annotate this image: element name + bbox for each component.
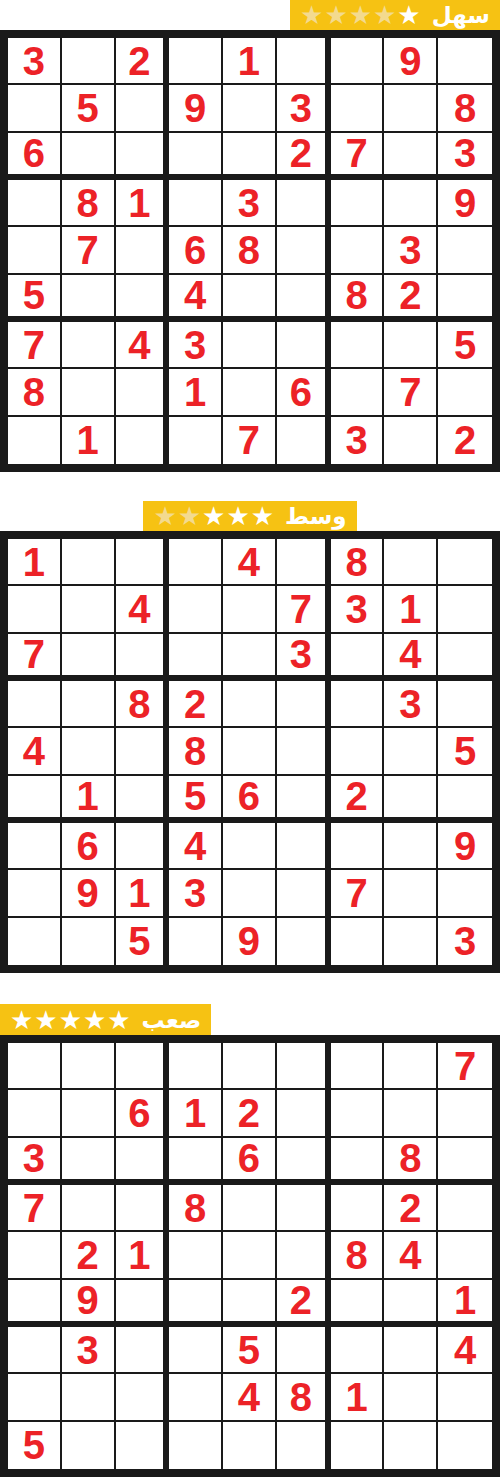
cell-r4c3[interactable]: 1 <box>116 180 170 227</box>
puzzle-hard: ★★★★★ صعب 761236878221849213544815 <box>0 1004 500 1477</box>
cell-r2c1[interactable] <box>8 1090 62 1137</box>
cell-r7c1[interactable]: 7 <box>8 322 62 369</box>
cell-r3c4[interactable] <box>169 634 223 681</box>
cell-r1c8[interactable] <box>384 1043 438 1090</box>
star-filled-icon: ★ <box>397 2 420 28</box>
cell-r8c8[interactable]: 7 <box>384 369 438 416</box>
star-filled-icon: ★ <box>83 1007 106 1033</box>
cell-r6c4[interactable] <box>169 1280 223 1327</box>
cell-r6c6[interactable]: 2 <box>277 1280 331 1327</box>
cell-r5c5[interactable]: 8 <box>223 227 277 274</box>
cell-r5c6[interactable] <box>277 728 331 775</box>
cell-r1c4[interactable] <box>169 38 223 85</box>
cell-r1c6[interactable] <box>277 38 331 85</box>
cell-r5c1[interactable] <box>8 227 62 274</box>
cell-r8c1[interactable] <box>8 870 62 917</box>
cell-r7c2[interactable] <box>62 322 116 369</box>
cell-r5c2[interactable]: 2 <box>62 1232 116 1279</box>
cell-r7c8[interactable] <box>384 322 438 369</box>
cell-r1c3[interactable] <box>116 539 170 586</box>
cell-r7c9[interactable]: 4 <box>438 1327 492 1374</box>
cell-r1c5[interactable]: 4 <box>223 539 277 586</box>
puzzle-easy: ★★★★★ سهل 321959386273813976835482743581… <box>0 0 500 472</box>
cell-r4c1[interactable] <box>8 180 62 227</box>
cell-r5c8[interactable]: 3 <box>384 227 438 274</box>
cell-r1c8[interactable] <box>384 539 438 586</box>
cell-r2c8[interactable] <box>384 1090 438 1137</box>
star-filled-icon: ★ <box>34 1007 57 1033</box>
cell-r4c8[interactable] <box>384 180 438 227</box>
cell-r9c3[interactable] <box>116 417 170 464</box>
cell-r7c6[interactable] <box>277 823 331 870</box>
cell-r7c7[interactable] <box>331 322 385 369</box>
cell-r2c1[interactable] <box>8 85 62 132</box>
cell-r4c2[interactable]: 8 <box>62 180 116 227</box>
cell-r4c3[interactable]: 8 <box>116 681 170 728</box>
cell-r9c9[interactable] <box>438 1422 492 1469</box>
cell-r7c8[interactable] <box>384 1327 438 1374</box>
cell-r1c9[interactable] <box>438 539 492 586</box>
cell-r8c7[interactable]: 1 <box>331 1374 385 1421</box>
cell-r2c4[interactable]: 9 <box>169 85 223 132</box>
cell-r3c6[interactable]: 2 <box>277 133 331 180</box>
cell-r5c2[interactable] <box>62 728 116 775</box>
cell-r2c8[interactable] <box>384 85 438 132</box>
cell-r6c2[interactable]: 9 <box>62 1280 116 1327</box>
cell-r3c7[interactable] <box>331 1138 385 1185</box>
cell-r5c3[interactable]: 1 <box>116 1232 170 1279</box>
cell-r2c4[interactable]: 1 <box>169 1090 223 1137</box>
cell-r7c7[interactable] <box>331 1327 385 1374</box>
cell-r5c9[interactable] <box>438 227 492 274</box>
cell-r5c4[interactable]: 8 <box>169 728 223 775</box>
cell-r9c5[interactable]: 9 <box>223 918 277 965</box>
cell-r7c7[interactable] <box>331 823 385 870</box>
cell-r8c3[interactable] <box>116 369 170 416</box>
cell-r5c3[interactable] <box>116 227 170 274</box>
sudoku-sheet: ★★★★★ سهل 321959386273813976835482743581… <box>0 0 500 1477</box>
cell-r4c4[interactable]: 8 <box>169 1185 223 1232</box>
cell-r6c9[interactable] <box>438 275 492 322</box>
cell-r6c4[interactable]: 4 <box>169 275 223 322</box>
cell-r2c3[interactable]: 4 <box>116 586 170 633</box>
difficulty-label: سهل <box>432 1 490 29</box>
sudoku-grid-hard: 761236878221849213544815 <box>0 1035 500 1477</box>
cell-r9c4[interactable] <box>169 417 223 464</box>
cell-r8c7[interactable]: 7 <box>331 870 385 917</box>
cell-r9c8[interactable] <box>384 1422 438 1469</box>
cell-r9c9[interactable]: 2 <box>438 417 492 464</box>
cell-r2c8[interactable]: 1 <box>384 586 438 633</box>
cell-r2c2[interactable]: 5 <box>62 85 116 132</box>
cell-r7c6[interactable] <box>277 1327 331 1374</box>
cell-r1c1[interactable]: 3 <box>8 38 62 85</box>
cell-r5c1[interactable] <box>8 1232 62 1279</box>
cell-r6c4[interactable]: 5 <box>169 776 223 823</box>
cell-r6c1[interactable]: 5 <box>8 275 62 322</box>
cell-r2c2[interactable] <box>62 1090 116 1137</box>
cell-r2c1[interactable] <box>8 586 62 633</box>
cell-r1c7[interactable] <box>331 1043 385 1090</box>
cell-r9c4[interactable] <box>169 1422 223 1469</box>
cell-r9c1[interactable] <box>8 417 62 464</box>
cell-r1c8[interactable]: 9 <box>384 38 438 85</box>
cell-r9c3[interactable] <box>116 1422 170 1469</box>
cell-r6c3[interactable] <box>116 1280 170 1327</box>
cell-r8c8[interactable] <box>384 1374 438 1421</box>
cell-r5c7[interactable]: 8 <box>331 1232 385 1279</box>
cell-r3c1[interactable]: 6 <box>8 133 62 180</box>
cell-r9c2[interactable]: 1 <box>62 417 116 464</box>
star-empty-icon: ★ <box>349 2 372 28</box>
cell-r3c1[interactable]: 7 <box>8 634 62 681</box>
cell-r9c8[interactable] <box>384 417 438 464</box>
cell-r5c9[interactable]: 5 <box>438 728 492 775</box>
cell-r7c9[interactable]: 9 <box>438 823 492 870</box>
cell-r9c9[interactable]: 3 <box>438 918 492 965</box>
cell-r7c4[interactable]: 4 <box>169 823 223 870</box>
cell-r9c6[interactable] <box>277 918 331 965</box>
cell-r3c6[interactable] <box>277 1138 331 1185</box>
cell-r5c7[interactable] <box>331 728 385 775</box>
cell-r3c4[interactable] <box>169 1138 223 1185</box>
cell-r2c3[interactable] <box>116 85 170 132</box>
cell-r1c9[interactable]: 7 <box>438 1043 492 1090</box>
cell-r1c3[interactable]: 2 <box>116 38 170 85</box>
cell-r2c7[interactable] <box>331 85 385 132</box>
cell-r3c5[interactable] <box>223 634 277 681</box>
cell-r3c5[interactable] <box>223 133 277 180</box>
star-empty-icon: ★ <box>153 503 176 529</box>
cell-r8c4[interactable] <box>169 1374 223 1421</box>
cell-r9c1[interactable] <box>8 918 62 965</box>
cell-r5c5[interactable] <box>223 728 277 775</box>
cell-r5c8[interactable]: 4 <box>384 1232 438 1279</box>
star-empty-icon: ★ <box>324 2 347 28</box>
cell-r2c5[interactable] <box>223 586 277 633</box>
difficulty-label: وسط <box>285 502 347 530</box>
sudoku-grid-medium: 148473173482348515626499137593 <box>0 531 500 973</box>
cell-r9c2[interactable] <box>62 1422 116 1469</box>
cell-r6c8[interactable]: 2 <box>384 275 438 322</box>
cell-r6c6[interactable] <box>277 776 331 823</box>
cell-r8c9[interactable] <box>438 870 492 917</box>
cell-r6c3[interactable] <box>116 776 170 823</box>
cell-r9c2[interactable] <box>62 918 116 965</box>
cell-r6c9[interactable]: 1 <box>438 1280 492 1327</box>
cell-r2c2[interactable] <box>62 586 116 633</box>
cell-r1c2[interactable] <box>62 1043 116 1090</box>
cell-r1c2[interactable] <box>62 539 116 586</box>
cell-r8c7[interactable] <box>331 369 385 416</box>
difficulty-banner-medium: ★★★★★ وسط <box>143 501 356 531</box>
cell-r8c9[interactable] <box>438 1374 492 1421</box>
star-filled-icon: ★ <box>251 503 274 529</box>
cell-r5c4[interactable]: 6 <box>169 227 223 274</box>
cell-r3c2[interactable] <box>62 634 116 681</box>
cell-r1c2[interactable] <box>62 38 116 85</box>
cell-r8c9[interactable] <box>438 369 492 416</box>
cell-r1c1[interactable] <box>8 1043 62 1090</box>
star-filled-icon: ★ <box>59 1007 82 1033</box>
cell-r1c3[interactable] <box>116 1043 170 1090</box>
cell-r7c3[interactable]: 4 <box>116 322 170 369</box>
cell-r9c4[interactable] <box>169 918 223 965</box>
cell-r9c6[interactable] <box>277 417 331 464</box>
star-empty-icon: ★ <box>178 503 201 529</box>
cell-r2c7[interactable] <box>331 1090 385 1137</box>
cell-r9c5[interactable] <box>223 1422 277 1469</box>
cell-r6c7[interactable] <box>331 1280 385 1327</box>
cell-r4c4[interactable]: 2 <box>169 681 223 728</box>
cell-r7c4[interactable] <box>169 1327 223 1374</box>
cell-r9c1[interactable]: 5 <box>8 1422 62 1469</box>
cell-r8c8[interactable] <box>384 870 438 917</box>
cell-r8c6[interactable] <box>277 870 331 917</box>
cell-r3c7[interactable] <box>331 634 385 681</box>
cell-r7c2[interactable]: 3 <box>62 1327 116 1374</box>
cell-r1c7[interactable]: 8 <box>331 539 385 586</box>
cell-r5c2[interactable]: 7 <box>62 227 116 274</box>
cell-r2c4[interactable] <box>169 586 223 633</box>
cell-r1c4[interactable] <box>169 539 223 586</box>
cell-r1c1[interactable]: 1 <box>8 539 62 586</box>
cell-r4c2[interactable] <box>62 1185 116 1232</box>
cell-r7c5[interactable] <box>223 823 277 870</box>
cell-r5c8[interactable] <box>384 728 438 775</box>
cell-r8c6[interactable]: 6 <box>277 369 331 416</box>
cell-r4c9[interactable] <box>438 681 492 728</box>
cell-r4c2[interactable] <box>62 681 116 728</box>
cell-r8c2[interactable] <box>62 369 116 416</box>
cell-r4c4[interactable] <box>169 180 223 227</box>
cell-r3c2[interactable] <box>62 1138 116 1185</box>
cell-r1c6[interactable] <box>277 1043 331 1090</box>
cell-r8c6[interactable]: 8 <box>277 1374 331 1421</box>
cell-r6c7[interactable]: 2 <box>331 776 385 823</box>
star-empty-icon: ★ <box>300 2 323 28</box>
cell-r4c6[interactable] <box>277 681 331 728</box>
cell-r2c6[interactable]: 7 <box>277 586 331 633</box>
difficulty-stars: ★★★★★ <box>300 2 422 28</box>
difficulty-label: صعب <box>142 1006 202 1034</box>
cell-r2c5[interactable]: 2 <box>223 1090 277 1137</box>
cell-r9c6[interactable] <box>277 1422 331 1469</box>
star-empty-icon: ★ <box>373 2 396 28</box>
cell-r2c7[interactable]: 3 <box>331 586 385 633</box>
cell-r8c1[interactable] <box>8 1374 62 1421</box>
cell-r8c1[interactable]: 8 <box>8 369 62 416</box>
cell-r4c7[interactable] <box>331 180 385 227</box>
cell-r3c8[interactable] <box>384 133 438 180</box>
cell-r7c1[interactable] <box>8 823 62 870</box>
cell-r6c1[interactable] <box>8 776 62 823</box>
cell-r9c3[interactable]: 5 <box>116 918 170 965</box>
cell-r3c6[interactable]: 3 <box>277 634 331 681</box>
star-filled-icon: ★ <box>202 503 225 529</box>
cell-r3c1[interactable]: 3 <box>8 1138 62 1185</box>
star-filled-icon: ★ <box>10 1007 33 1033</box>
cell-r1c4[interactable] <box>169 1043 223 1090</box>
cell-r2c3[interactable]: 6 <box>116 1090 170 1137</box>
sudoku-grid-easy: 321959386273813976835482743581671732 <box>0 30 500 472</box>
cell-r4c1[interactable] <box>8 681 62 728</box>
cell-r2c9[interactable] <box>438 586 492 633</box>
cell-r3c8[interactable]: 8 <box>384 1138 438 1185</box>
cell-r7c5[interactable]: 5 <box>223 1327 277 1374</box>
cell-r2c6[interactable]: 3 <box>277 85 331 132</box>
cell-r5c5[interactable] <box>223 1232 277 1279</box>
cell-r5c4[interactable] <box>169 1232 223 1279</box>
cell-r2c9[interactable] <box>438 1090 492 1137</box>
cell-r4c6[interactable] <box>277 180 331 227</box>
cell-r5c9[interactable] <box>438 1232 492 1279</box>
cell-r3c5[interactable]: 6 <box>223 1138 277 1185</box>
cell-r8c4[interactable]: 3 <box>169 870 223 917</box>
cell-r4c9[interactable]: 9 <box>438 180 492 227</box>
cell-r6c5[interactable]: 6 <box>223 776 277 823</box>
cell-r6c2[interactable]: 1 <box>62 776 116 823</box>
cell-r6c6[interactable] <box>277 275 331 322</box>
cell-r3c4[interactable] <box>169 133 223 180</box>
cell-r4c7[interactable] <box>331 681 385 728</box>
cell-r3c3[interactable] <box>116 133 170 180</box>
cell-r5c6[interactable] <box>277 1232 331 1279</box>
cell-r1c7[interactable] <box>331 38 385 85</box>
cell-r4c3[interactable] <box>116 1185 170 1232</box>
cell-r3c3[interactable] <box>116 1138 170 1185</box>
cell-r9c7[interactable] <box>331 1422 385 1469</box>
difficulty-banner-hard: ★★★★★ صعب <box>0 1004 211 1035</box>
cell-r6c2[interactable] <box>62 275 116 322</box>
cell-r7c3[interactable] <box>116 1327 170 1374</box>
difficulty-stars: ★★★★★ <box>10 1007 132 1033</box>
cell-r7c4[interactable]: 3 <box>169 322 223 369</box>
cell-r8c2[interactable]: 9 <box>62 870 116 917</box>
cell-r4c5[interactable]: 3 <box>223 180 277 227</box>
cell-r4c9[interactable] <box>438 1185 492 1232</box>
cell-r4c5[interactable] <box>223 1185 277 1232</box>
cell-r5c1[interactable]: 4 <box>8 728 62 775</box>
cell-r6c1[interactable] <box>8 1280 62 1327</box>
puzzle-medium: ★★★★★ وسط 148473173482348515626499137593 <box>0 501 500 973</box>
cell-r4c5[interactable] <box>223 681 277 728</box>
cell-r2c9[interactable]: 8 <box>438 85 492 132</box>
cell-r9c5[interactable]: 7 <box>223 417 277 464</box>
cell-r7c8[interactable] <box>384 823 438 870</box>
cell-r5c3[interactable] <box>116 728 170 775</box>
cell-r1c5[interactable] <box>223 1043 277 1090</box>
cell-r8c3[interactable]: 1 <box>116 870 170 917</box>
cell-r4c1[interactable]: 7 <box>8 1185 62 1232</box>
cell-r3c9[interactable] <box>438 1138 492 1185</box>
cell-r3c7[interactable]: 7 <box>331 133 385 180</box>
cell-r8c5[interactable] <box>223 369 277 416</box>
cell-r9c7[interactable]: 3 <box>331 417 385 464</box>
cell-r7c1[interactable] <box>8 1327 62 1374</box>
cell-r5c7[interactable] <box>331 227 385 274</box>
cell-r8c3[interactable] <box>116 1374 170 1421</box>
cell-r9c8[interactable] <box>384 918 438 965</box>
cell-r7c2[interactable]: 6 <box>62 823 116 870</box>
cell-r1c6[interactable] <box>277 539 331 586</box>
difficulty-stars: ★★★★★ <box>153 503 275 529</box>
cell-r2c6[interactable] <box>277 1090 331 1137</box>
cell-r3c8[interactable]: 4 <box>384 634 438 681</box>
cell-r2c5[interactable] <box>223 85 277 132</box>
star-filled-icon: ★ <box>107 1007 130 1033</box>
cell-r6c8[interactable] <box>384 776 438 823</box>
cell-r4c8[interactable]: 3 <box>384 681 438 728</box>
cell-r6c9[interactable] <box>438 776 492 823</box>
cell-r4c7[interactable] <box>331 1185 385 1232</box>
cell-r3c2[interactable] <box>62 133 116 180</box>
cell-r7c6[interactable] <box>277 322 331 369</box>
cell-r4c8[interactable]: 2 <box>384 1185 438 1232</box>
cell-r1c9[interactable] <box>438 38 492 85</box>
difficulty-banner-easy: ★★★★★ سهل <box>290 0 500 30</box>
cell-r3c3[interactable] <box>116 634 170 681</box>
cell-r7c5[interactable] <box>223 322 277 369</box>
cell-r8c5[interactable] <box>223 870 277 917</box>
cell-r9c7[interactable] <box>331 918 385 965</box>
star-filled-icon: ★ <box>226 503 249 529</box>
cell-r6c5[interactable] <box>223 1280 277 1327</box>
cell-r1c5[interactable]: 1 <box>223 38 277 85</box>
cell-r8c5[interactable]: 4 <box>223 1374 277 1421</box>
cell-r3c9[interactable] <box>438 634 492 681</box>
cell-r8c2[interactable] <box>62 1374 116 1421</box>
cell-r7c3[interactable] <box>116 823 170 870</box>
cell-r6c8[interactable] <box>384 1280 438 1327</box>
cell-r7c9[interactable]: 5 <box>438 322 492 369</box>
cell-r6c7[interactable]: 8 <box>331 275 385 322</box>
cell-r8c4[interactable]: 1 <box>169 369 223 416</box>
cell-r4c6[interactable] <box>277 1185 331 1232</box>
cell-r5c6[interactable] <box>277 227 331 274</box>
cell-r3c9[interactable]: 3 <box>438 133 492 180</box>
cell-r6c5[interactable] <box>223 275 277 322</box>
cell-r6c3[interactable] <box>116 275 170 322</box>
